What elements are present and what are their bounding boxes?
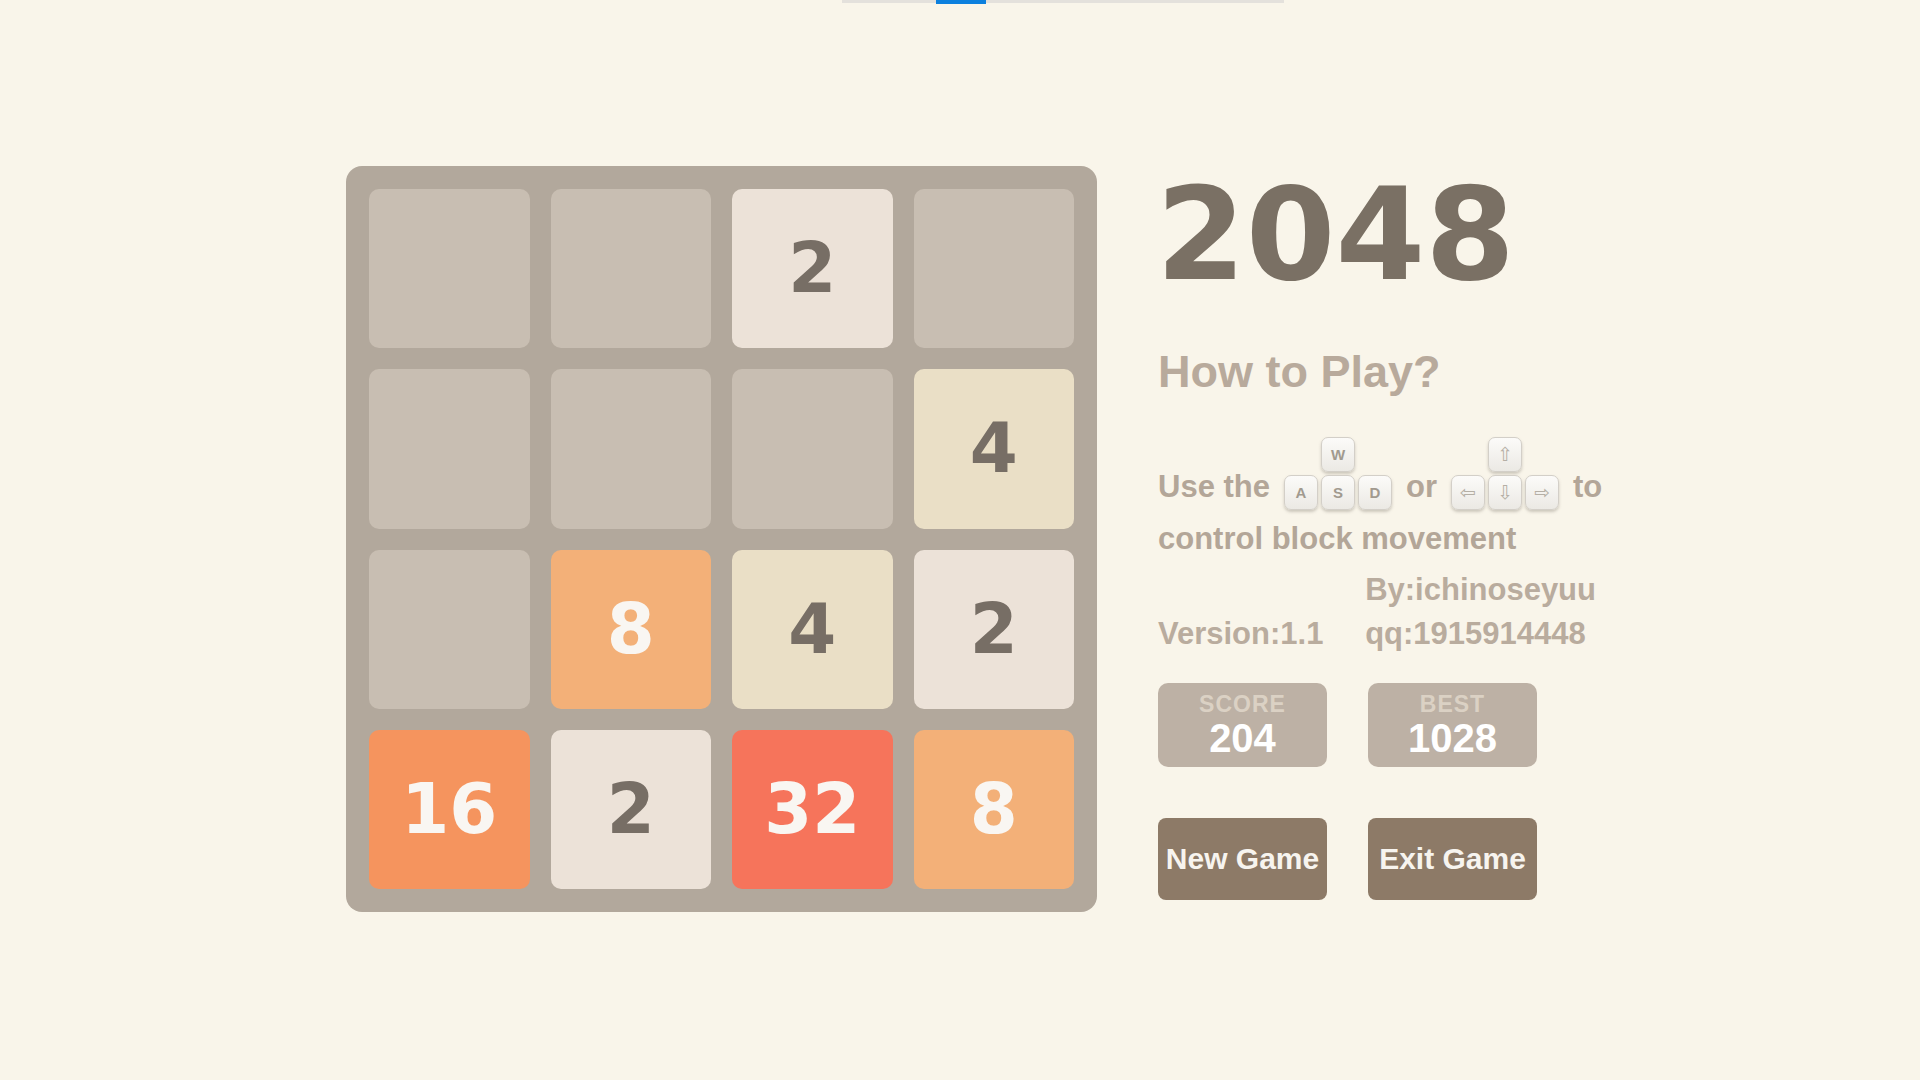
best-value: 1028 — [1408, 718, 1497, 758]
tile-2: 2 — [551, 730, 712, 889]
tile-4: 4 — [914, 369, 1075, 528]
board-cell-empty — [732, 369, 893, 528]
tile-32: 32 — [732, 730, 893, 889]
wasd-keypad: W A S D — [1284, 437, 1392, 510]
key-arrow-up-icon: ⇧ — [1488, 437, 1522, 472]
key-arrow-right-icon: ⇨ — [1525, 475, 1559, 510]
tile-8: 8 — [914, 730, 1075, 889]
board-cell-empty — [551, 189, 712, 348]
top-scrollbar-track — [842, 0, 1284, 3]
top-scrollbar-thumb[interactable] — [936, 0, 986, 4]
author-text: By:ichinoseyuu — [1365, 572, 1596, 608]
board-cell-empty — [551, 369, 712, 528]
instruction-text-to: to — [1573, 471, 1602, 502]
version-text: Version:1.1 — [1158, 616, 1323, 652]
key-a-icon: A — [1284, 475, 1318, 510]
board-cell-empty — [369, 369, 530, 528]
how-to-play-heading: How to Play? — [1158, 346, 1441, 398]
key-d-icon: D — [1358, 475, 1392, 510]
score-row: SCORE 204 BEST 1028 — [1158, 683, 1537, 767]
key-arrow-left-icon: ⇦ — [1451, 475, 1485, 510]
tile-2: 2 — [732, 189, 893, 348]
new-game-button[interactable]: New Game — [1158, 818, 1327, 900]
page-title: 2048 — [1156, 170, 1515, 299]
key-w-icon: W — [1321, 437, 1355, 472]
key-s-icon: S — [1321, 475, 1355, 510]
tile-8: 8 — [551, 550, 712, 709]
board-grid: 24842162328 — [346, 166, 1097, 912]
score-box: SCORE 204 — [1158, 683, 1327, 767]
arrow-keypad: ⇧ ⇦ ⇩ ⇨ — [1451, 437, 1559, 510]
button-row: New Game Exit Game — [1158, 818, 1537, 900]
instructions-line1: Use the W A S D or ⇧ ⇦ ⇩ ⇨ to — [1158, 437, 1602, 510]
best-box: BEST 1028 — [1368, 683, 1537, 767]
key-arrow-down-icon: ⇩ — [1488, 475, 1522, 510]
meta-row: Version:1.1 By:ichinoseyuu qq:1915914448 — [1158, 572, 1596, 652]
score-label: SCORE — [1199, 693, 1286, 716]
instruction-text-use-the: Use the — [1158, 471, 1270, 502]
board-cell-empty — [914, 189, 1075, 348]
board-cell-empty — [369, 189, 530, 348]
best-label: BEST — [1420, 693, 1485, 716]
tile-4: 4 — [732, 550, 893, 709]
instructions-line2: control block movement — [1158, 521, 1516, 557]
exit-game-button[interactable]: Exit Game — [1368, 818, 1537, 900]
board-cell-empty — [369, 550, 530, 709]
score-value: 204 — [1209, 718, 1276, 758]
tile-16: 16 — [369, 730, 530, 889]
qq-text: qq:1915914448 — [1365, 616, 1596, 652]
instruction-text-or: or — [1406, 471, 1437, 502]
tile-2: 2 — [914, 550, 1075, 709]
